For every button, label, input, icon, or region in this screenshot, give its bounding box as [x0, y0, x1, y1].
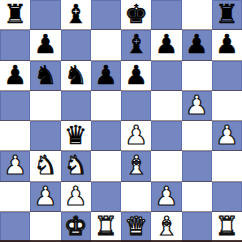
square-c2[interactable]: ♟	[61, 182, 91, 212]
square-e1[interactable]: ♛	[121, 212, 151, 242]
square-e4[interactable]: ♟	[121, 121, 151, 151]
square-b4[interactable]	[30, 121, 60, 151]
white-rook[interactable]: ♜	[94, 213, 117, 239]
square-c3[interactable]: ♞	[61, 151, 91, 181]
square-e3[interactable]: ♝	[121, 151, 151, 181]
square-a2[interactable]	[0, 182, 30, 212]
square-a1[interactable]	[0, 212, 30, 242]
square-d5[interactable]	[91, 91, 121, 121]
black-bishop[interactable]: ♝	[64, 1, 87, 27]
white-knight[interactable]: ♞	[64, 152, 87, 178]
square-e7[interactable]: ♝	[121, 30, 151, 60]
square-c7[interactable]	[61, 30, 91, 60]
white-pawn[interactable]: ♟	[155, 183, 178, 209]
white-king[interactable]: ♚	[64, 213, 87, 239]
board-grid: ♜♝♚♜♟♝♟♟♟♟♞♞♟♟♟♛♟♟♟♞♞♝♟♟♟♚♜♛♝♜	[0, 0, 242, 242]
square-h3[interactable]	[212, 151, 242, 181]
square-g2[interactable]	[182, 182, 212, 212]
square-a4[interactable]	[0, 121, 30, 151]
square-g4[interactable]	[182, 121, 212, 151]
square-g5[interactable]: ♟	[182, 91, 212, 121]
square-h6[interactable]	[212, 61, 242, 91]
square-e5[interactable]	[121, 91, 151, 121]
black-pawn[interactable]: ♟	[34, 31, 57, 57]
white-pawn[interactable]: ♟	[34, 183, 57, 209]
square-f6[interactable]	[151, 61, 181, 91]
square-c4[interactable]: ♛	[61, 121, 91, 151]
black-queen[interactable]: ♛	[64, 122, 87, 148]
white-bishop[interactable]: ♝	[155, 213, 178, 239]
square-f7[interactable]: ♟	[151, 30, 181, 60]
square-d4[interactable]	[91, 121, 121, 151]
black-knight[interactable]: ♞	[34, 62, 57, 88]
square-h7[interactable]: ♟	[212, 30, 242, 60]
white-pawn[interactable]: ♟	[3, 152, 26, 178]
square-g7[interactable]: ♟	[182, 30, 212, 60]
black-pawn[interactable]: ♟	[215, 31, 238, 57]
square-h8[interactable]: ♜	[212, 0, 242, 30]
square-b2[interactable]: ♟	[30, 182, 60, 212]
square-g1[interactable]	[182, 212, 212, 242]
square-h5[interactable]	[212, 91, 242, 121]
square-h4[interactable]: ♟	[212, 121, 242, 151]
white-pawn[interactable]: ♟	[215, 122, 238, 148]
white-pawn[interactable]: ♟	[185, 92, 208, 118]
square-f8[interactable]	[151, 0, 181, 30]
white-queen[interactable]: ♛	[124, 213, 147, 239]
square-c5[interactable]	[61, 91, 91, 121]
square-d2[interactable]	[91, 182, 121, 212]
black-bishop[interactable]: ♝	[124, 31, 147, 57]
square-a3[interactable]: ♟	[0, 151, 30, 181]
square-b6[interactable]: ♞	[30, 61, 60, 91]
square-d8[interactable]	[91, 0, 121, 30]
white-bishop[interactable]: ♝	[124, 152, 147, 178]
square-c1[interactable]: ♚	[61, 212, 91, 242]
black-pawn[interactable]: ♟	[124, 62, 147, 88]
black-pawn[interactable]: ♟	[185, 31, 208, 57]
square-g6[interactable]	[182, 61, 212, 91]
square-h2[interactable]	[212, 182, 242, 212]
square-a6[interactable]: ♟	[0, 61, 30, 91]
square-b5[interactable]	[30, 91, 60, 121]
square-g8[interactable]	[182, 0, 212, 30]
square-h1[interactable]: ♜	[212, 212, 242, 242]
square-f5[interactable]	[151, 91, 181, 121]
square-a8[interactable]: ♜	[0, 0, 30, 30]
white-pawn[interactable]: ♟	[64, 183, 87, 209]
square-a5[interactable]	[0, 91, 30, 121]
square-d3[interactable]	[91, 151, 121, 181]
square-f2[interactable]: ♟	[151, 182, 181, 212]
black-rook[interactable]: ♜	[215, 1, 238, 27]
square-b8[interactable]	[30, 0, 60, 30]
square-b7[interactable]: ♟	[30, 30, 60, 60]
square-c8[interactable]: ♝	[61, 0, 91, 30]
black-pawn[interactable]: ♟	[94, 62, 117, 88]
white-pawn[interactable]: ♟	[124, 122, 147, 148]
square-c6[interactable]: ♞	[61, 61, 91, 91]
white-rook[interactable]: ♜	[215, 213, 238, 239]
chessboard: ♜♝♚♜♟♝♟♟♟♟♞♞♟♟♟♛♟♟♟♞♞♝♟♟♟♚♜♛♝♜	[0, 0, 242, 242]
square-d6[interactable]: ♟	[91, 61, 121, 91]
square-d1[interactable]: ♜	[91, 212, 121, 242]
square-f4[interactable]	[151, 121, 181, 151]
white-knight[interactable]: ♞	[34, 152, 57, 178]
square-a7[interactable]	[0, 30, 30, 60]
square-f1[interactable]: ♝	[151, 212, 181, 242]
square-b1[interactable]	[30, 212, 60, 242]
square-b3[interactable]: ♞	[30, 151, 60, 181]
black-king[interactable]: ♚	[124, 1, 147, 27]
square-f3[interactable]	[151, 151, 181, 181]
black-rook[interactable]: ♜	[3, 1, 26, 27]
black-pawn[interactable]: ♟	[3, 62, 26, 88]
square-g3[interactable]	[182, 151, 212, 181]
square-e8[interactable]: ♚	[121, 0, 151, 30]
black-knight[interactable]: ♞	[64, 62, 87, 88]
square-e6[interactable]: ♟	[121, 61, 151, 91]
square-d7[interactable]	[91, 30, 121, 60]
square-e2[interactable]	[121, 182, 151, 212]
black-pawn[interactable]: ♟	[155, 31, 178, 57]
